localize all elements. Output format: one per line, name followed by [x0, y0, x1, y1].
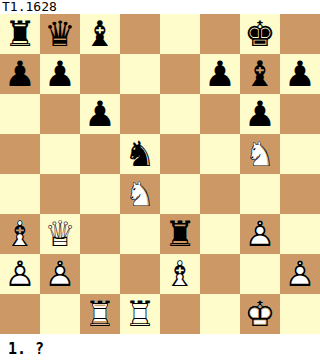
- square-b7[interactable]: ♟: [40, 54, 80, 94]
- square-e8[interactable]: [160, 14, 200, 54]
- square-h3[interactable]: [280, 214, 320, 254]
- white-knight: ♞♘: [120, 174, 160, 214]
- square-g3[interactable]: ♟♙: [240, 214, 280, 254]
- square-d2[interactable]: [120, 254, 160, 294]
- black-rook: ♜: [0, 14, 40, 54]
- square-b4[interactable]: [40, 174, 80, 214]
- black-king: ♚: [240, 14, 280, 54]
- square-f6[interactable]: [200, 94, 240, 134]
- square-g2[interactable]: [240, 254, 280, 294]
- black-bishop: ♝: [80, 14, 120, 54]
- white-pawn: ♟♙: [40, 254, 80, 294]
- square-f3[interactable]: [200, 214, 240, 254]
- square-g4[interactable]: [240, 174, 280, 214]
- square-f5[interactable]: [200, 134, 240, 174]
- square-e5[interactable]: [160, 134, 200, 174]
- square-c2[interactable]: [80, 254, 120, 294]
- square-a6[interactable]: [0, 94, 40, 134]
- white-bishop: ♝♗: [160, 254, 200, 294]
- square-d6[interactable]: [120, 94, 160, 134]
- square-b1[interactable]: [40, 294, 80, 334]
- square-g8[interactable]: ♚: [240, 14, 280, 54]
- square-e3[interactable]: ♜: [160, 214, 200, 254]
- square-b6[interactable]: [40, 94, 80, 134]
- square-h7[interactable]: ♟: [280, 54, 320, 94]
- square-d8[interactable]: [120, 14, 160, 54]
- white-pawn: ♟♙: [240, 214, 280, 254]
- square-h1[interactable]: [280, 294, 320, 334]
- square-d1[interactable]: ♜♖: [120, 294, 160, 334]
- square-a2[interactable]: ♟♙: [0, 254, 40, 294]
- square-g5[interactable]: ♞♘: [240, 134, 280, 174]
- black-rook: ♜: [160, 214, 200, 254]
- square-c5[interactable]: [80, 134, 120, 174]
- square-a1[interactable]: [0, 294, 40, 334]
- square-h8[interactable]: [280, 14, 320, 54]
- move-prompt: 1. ?: [0, 334, 320, 360]
- chess-board: ♜♛♝♚♟♟♟♝♟♟♟♞♞♘♞♘♝♗♛♕♜♟♙♟♙♟♙♝♗♟♙♜♖♜♖♚♔: [0, 14, 320, 334]
- square-b3[interactable]: ♛♕: [40, 214, 80, 254]
- square-g1[interactable]: ♚♔: [240, 294, 280, 334]
- white-pawn: ♟♙: [0, 254, 40, 294]
- square-e2[interactable]: ♝♗: [160, 254, 200, 294]
- square-h2[interactable]: ♟♙: [280, 254, 320, 294]
- square-e7[interactable]: [160, 54, 200, 94]
- square-c6[interactable]: ♟: [80, 94, 120, 134]
- black-queen: ♛: [40, 14, 80, 54]
- square-e1[interactable]: [160, 294, 200, 334]
- square-c1[interactable]: ♜♖: [80, 294, 120, 334]
- square-f2[interactable]: [200, 254, 240, 294]
- square-h4[interactable]: [280, 174, 320, 214]
- square-a7[interactable]: ♟: [0, 54, 40, 94]
- black-pawn: ♟: [200, 54, 240, 94]
- square-a8[interactable]: ♜: [0, 14, 40, 54]
- square-d3[interactable]: [120, 214, 160, 254]
- white-queen: ♛♕: [40, 214, 80, 254]
- white-rook: ♜♖: [120, 294, 160, 334]
- square-f7[interactable]: ♟: [200, 54, 240, 94]
- white-pawn: ♟♙: [280, 254, 320, 294]
- white-rook: ♜♖: [80, 294, 120, 334]
- black-pawn: ♟: [40, 54, 80, 94]
- square-g6[interactable]: ♟: [240, 94, 280, 134]
- square-b8[interactable]: ♛: [40, 14, 80, 54]
- square-a5[interactable]: [0, 134, 40, 174]
- square-c3[interactable]: [80, 214, 120, 254]
- square-d4[interactable]: ♞♘: [120, 174, 160, 214]
- square-h6[interactable]: [280, 94, 320, 134]
- white-knight: ♞♘: [240, 134, 280, 174]
- square-h5[interactable]: [280, 134, 320, 174]
- square-b2[interactable]: ♟♙: [40, 254, 80, 294]
- square-a4[interactable]: [0, 174, 40, 214]
- black-pawn: ♟: [80, 94, 120, 134]
- square-d7[interactable]: [120, 54, 160, 94]
- square-f1[interactable]: [200, 294, 240, 334]
- square-a3[interactable]: ♝♗: [0, 214, 40, 254]
- black-pawn: ♟: [0, 54, 40, 94]
- page-title: T1.1628: [0, 0, 320, 14]
- square-c8[interactable]: ♝: [80, 14, 120, 54]
- square-d5[interactable]: ♞: [120, 134, 160, 174]
- square-e4[interactable]: [160, 174, 200, 214]
- square-c4[interactable]: [80, 174, 120, 214]
- square-f8[interactable]: [200, 14, 240, 54]
- square-c7[interactable]: [80, 54, 120, 94]
- black-pawn: ♟: [280, 54, 320, 94]
- square-g7[interactable]: ♝: [240, 54, 280, 94]
- black-pawn: ♟: [240, 94, 280, 134]
- black-bishop: ♝: [240, 54, 280, 94]
- square-e6[interactable]: [160, 94, 200, 134]
- square-b5[interactable]: [40, 134, 80, 174]
- white-king: ♚♔: [240, 294, 280, 334]
- black-knight: ♞: [120, 134, 160, 174]
- white-bishop: ♝♗: [0, 214, 40, 254]
- square-f4[interactable]: [200, 174, 240, 214]
